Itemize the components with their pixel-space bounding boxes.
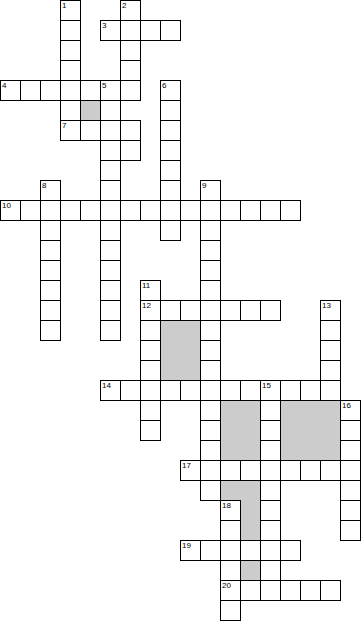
grid-cell[interactable] xyxy=(280,540,301,561)
grid-cell[interactable]: 3 xyxy=(100,20,121,41)
grid-cell[interactable] xyxy=(200,240,221,261)
grid-cell[interactable] xyxy=(100,220,121,241)
grid-cell[interactable] xyxy=(100,180,121,201)
grid-cell[interactable] xyxy=(140,20,161,41)
grid-cell[interactable] xyxy=(120,200,141,221)
clue-number: 10 xyxy=(2,201,11,210)
grid-cell[interactable] xyxy=(340,440,361,461)
clue-number: 5 xyxy=(102,81,106,90)
grid-cell[interactable] xyxy=(180,380,201,401)
grid-cell[interactable] xyxy=(260,580,281,601)
grid-cell[interactable]: 19 xyxy=(180,540,201,561)
clue-number: 4 xyxy=(2,81,6,90)
grid-cell[interactable] xyxy=(60,100,81,121)
grid-cell[interactable] xyxy=(200,340,221,361)
grid-cell[interactable] xyxy=(240,460,261,481)
clue-number: 19 xyxy=(182,541,191,550)
clue-number: 13 xyxy=(322,301,331,310)
clue-number: 6 xyxy=(162,81,166,90)
grid-cell[interactable] xyxy=(80,120,101,141)
grid-cell[interactable] xyxy=(180,200,201,221)
grid-cell[interactable] xyxy=(160,120,181,141)
grid-cell[interactable] xyxy=(120,380,141,401)
grid-cell[interactable] xyxy=(120,120,141,141)
grid-cell[interactable]: 17 xyxy=(180,460,201,481)
clue-number: 18 xyxy=(222,501,231,510)
grid-cell[interactable] xyxy=(340,500,361,521)
grid-cell[interactable] xyxy=(220,300,241,321)
shaded-block xyxy=(241,561,260,580)
clue-number: 12 xyxy=(142,301,151,310)
grid-cell[interactable] xyxy=(20,80,41,101)
grid-cell[interactable] xyxy=(280,380,301,401)
grid-cell[interactable] xyxy=(220,460,241,481)
grid-cell[interactable] xyxy=(120,140,141,161)
clue-number: 7 xyxy=(62,121,66,130)
grid-cell[interactable]: 18 xyxy=(220,500,241,521)
grid-cell[interactable]: 14 xyxy=(100,380,121,401)
grid-cell[interactable] xyxy=(200,360,221,381)
clue-number: 11 xyxy=(142,281,150,290)
clue-number: 1 xyxy=(62,1,66,10)
clue-number: 3 xyxy=(102,21,106,30)
clue-number: 14 xyxy=(102,381,111,390)
grid-cell[interactable] xyxy=(40,300,61,321)
grid-cell[interactable]: 4 xyxy=(0,80,21,101)
grid-cell[interactable] xyxy=(340,460,361,481)
clue-number: 16 xyxy=(342,401,351,410)
grid-cell[interactable] xyxy=(60,40,81,61)
grid-cell[interactable] xyxy=(320,320,341,341)
grid-cell[interactable] xyxy=(120,40,141,61)
shaded-block xyxy=(241,500,260,540)
grid-cell[interactable] xyxy=(220,540,241,561)
clue-number: 15 xyxy=(262,381,271,390)
grid-cell[interactable] xyxy=(320,580,341,601)
grid-cell[interactable] xyxy=(200,540,221,561)
grid-cell[interactable] xyxy=(300,380,321,401)
grid-cell[interactable] xyxy=(320,460,341,481)
grid-cell[interactable]: 5 xyxy=(100,80,121,101)
grid-cell[interactable]: 11 xyxy=(140,280,161,301)
grid-cell[interactable] xyxy=(40,320,61,341)
grid-cell[interactable] xyxy=(160,20,181,41)
grid-cell[interactable] xyxy=(220,200,241,221)
grid-cell[interactable] xyxy=(160,100,181,121)
grid-cell[interactable] xyxy=(340,480,361,501)
grid-cell[interactable] xyxy=(260,440,281,461)
grid-cell[interactable] xyxy=(300,460,321,481)
grid-cell[interactable] xyxy=(340,520,361,541)
grid-cell[interactable]: 15 xyxy=(260,380,281,401)
grid-cell[interactable] xyxy=(40,200,61,221)
grid-cell[interactable] xyxy=(140,340,161,361)
grid-cell[interactable] xyxy=(200,440,221,461)
grid-cell[interactable] xyxy=(240,380,261,401)
grid-cell[interactable] xyxy=(100,200,121,221)
crossword-board: 1234567891011121314151617181920 xyxy=(0,0,361,621)
grid-cell[interactable] xyxy=(140,200,161,221)
grid-cell[interactable]: 10 xyxy=(0,200,21,221)
grid-cell[interactable] xyxy=(120,60,141,81)
grid-cell[interactable] xyxy=(260,500,281,521)
grid-cell[interactable] xyxy=(180,300,201,321)
grid-cell[interactable] xyxy=(160,300,181,321)
grid-cell[interactable]: 12 xyxy=(140,300,161,321)
grid-cell[interactable] xyxy=(160,160,181,181)
grid-cell[interactable] xyxy=(240,540,261,561)
grid-cell[interactable] xyxy=(200,400,221,421)
grid-cell[interactable] xyxy=(100,100,121,121)
grid-cell[interactable] xyxy=(80,80,101,101)
grid-cell[interactable]: 7 xyxy=(60,120,81,141)
grid-cell[interactable] xyxy=(260,540,281,561)
clue-number: 17 xyxy=(182,461,191,470)
shaded-block xyxy=(281,401,340,460)
grid-cell[interactable]: 1 xyxy=(60,0,81,21)
grid-cell[interactable] xyxy=(260,300,281,321)
grid-cell[interactable] xyxy=(80,200,101,221)
grid-cell[interactable] xyxy=(100,160,121,181)
grid-cell[interactable] xyxy=(260,420,281,441)
grid-cell[interactable] xyxy=(100,320,121,341)
clue-number: 8 xyxy=(42,181,46,190)
grid-cell[interactable] xyxy=(20,200,41,221)
grid-cell[interactable] xyxy=(300,580,321,601)
grid-cell[interactable] xyxy=(200,420,221,441)
grid-cell[interactable] xyxy=(260,200,281,221)
shaded-block xyxy=(221,481,260,500)
grid-cell[interactable] xyxy=(100,300,121,321)
grid-cell[interactable] xyxy=(200,220,221,241)
grid-cell[interactable] xyxy=(140,420,161,441)
grid-cell[interactable] xyxy=(220,520,241,541)
grid-cell[interactable]: 16 xyxy=(340,400,361,421)
grid-cell[interactable] xyxy=(160,220,181,241)
grid-cell[interactable] xyxy=(160,140,181,161)
grid-cell[interactable] xyxy=(260,400,281,421)
grid-cell[interactable] xyxy=(120,80,141,101)
shaded-block xyxy=(221,401,260,460)
grid-cell[interactable] xyxy=(140,360,161,381)
grid-cell[interactable] xyxy=(260,460,281,481)
grid-cell[interactable] xyxy=(60,60,81,81)
grid-cell[interactable] xyxy=(40,240,61,261)
grid-cell[interactable] xyxy=(140,320,161,341)
grid-cell[interactable] xyxy=(100,140,121,161)
grid-cell[interactable] xyxy=(280,580,301,601)
clue-number: 9 xyxy=(202,181,206,190)
grid-cell[interactable] xyxy=(200,300,221,321)
grid-cell[interactable] xyxy=(240,300,261,321)
grid-cell[interactable] xyxy=(60,200,81,221)
grid-cell[interactable] xyxy=(200,480,221,501)
grid-cell[interactable]: 6 xyxy=(160,80,181,101)
grid-cell[interactable] xyxy=(280,200,301,221)
grid-cell[interactable]: 2 xyxy=(120,0,141,21)
grid-cell[interactable] xyxy=(240,200,261,221)
grid-cell[interactable] xyxy=(160,380,181,401)
clue-number: 20 xyxy=(222,581,231,590)
grid-cell[interactable]: 20 xyxy=(220,580,241,601)
grid-cell[interactable] xyxy=(100,120,121,141)
grid-cell[interactable] xyxy=(100,260,121,281)
grid-cell[interactable] xyxy=(120,20,141,41)
grid-cell[interactable] xyxy=(140,400,161,421)
grid-cell[interactable] xyxy=(200,460,221,481)
grid-cell[interactable] xyxy=(200,200,221,221)
grid-cell[interactable]: 9 xyxy=(200,180,221,201)
grid-cell[interactable] xyxy=(200,260,221,281)
grid-cell[interactable] xyxy=(260,480,281,501)
grid-cell[interactable]: 8 xyxy=(40,180,61,201)
grid-cell[interactable] xyxy=(60,20,81,41)
grid-cell[interactable] xyxy=(200,380,221,401)
grid-cell[interactable] xyxy=(100,280,121,301)
grid-cell[interactable] xyxy=(200,280,221,301)
grid-cell[interactable] xyxy=(220,380,241,401)
grid-cell[interactable] xyxy=(320,380,341,401)
grid-cell[interactable] xyxy=(240,580,261,601)
clue-number: 2 xyxy=(122,1,126,10)
grid-cell[interactable] xyxy=(280,460,301,481)
grid-cell[interactable] xyxy=(40,80,61,101)
grid-cell[interactable] xyxy=(60,80,81,101)
grid-cell[interactable] xyxy=(100,240,121,261)
grid-cell[interactable] xyxy=(220,560,241,581)
grid-cell[interactable] xyxy=(220,600,241,621)
grid-cell[interactable] xyxy=(40,280,61,301)
grid-cell[interactable] xyxy=(260,520,281,541)
grid-cell[interactable] xyxy=(340,420,361,441)
grid-cell[interactable] xyxy=(140,380,161,401)
grid-cell[interactable] xyxy=(200,320,221,341)
grid-cell[interactable] xyxy=(260,560,281,581)
shaded-block xyxy=(161,321,200,380)
grid-cell[interactable] xyxy=(320,340,341,361)
grid-cell[interactable] xyxy=(320,360,341,381)
shaded-block xyxy=(81,101,100,120)
grid-cell[interactable] xyxy=(160,180,181,201)
grid-cell[interactable] xyxy=(40,220,61,241)
grid-cell[interactable]: 13 xyxy=(320,300,341,321)
grid-cell[interactable] xyxy=(160,200,181,221)
grid-cell[interactable] xyxy=(40,260,61,281)
